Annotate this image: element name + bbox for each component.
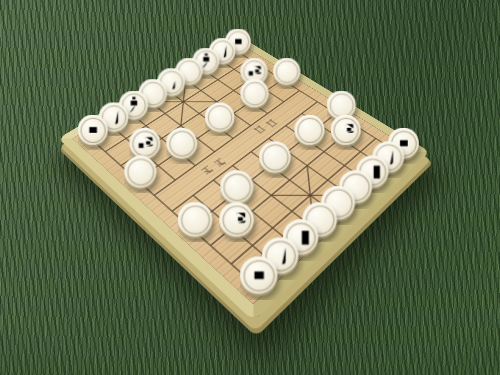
board-point <box>216 215 257 250</box>
pao-b-glyph <box>134 132 156 154</box>
bing-glyph <box>331 94 351 114</box>
pao-b-glyph <box>244 61 263 80</box>
board-point <box>122 168 160 198</box>
che-glyph <box>245 262 271 288</box>
board-point <box>291 128 327 154</box>
pao-r-glyph <box>335 119 356 140</box>
piece-black-soldier-5 <box>273 57 300 84</box>
pieces-layer <box>76 42 420 308</box>
zu-glyph <box>129 160 152 183</box>
board-point <box>164 141 201 168</box>
zu-glyph <box>277 61 296 80</box>
grass-background <box>0 0 500 375</box>
piece-black-cannon-left <box>129 127 160 158</box>
xiangqi-board <box>58 33 429 321</box>
piece-black-soldier-4 <box>240 79 268 107</box>
piece-red-soldier-1 <box>178 202 213 237</box>
piece-black-soldier-2 <box>166 127 197 158</box>
piece-red-cannon-left <box>219 202 254 237</box>
piece-black-soldier-1 <box>124 155 156 187</box>
zu-glyph <box>171 132 193 154</box>
bing-glyph <box>299 119 320 140</box>
piece-red-soldier-3 <box>259 141 290 172</box>
piece-red-soldier-2 <box>220 170 253 203</box>
piece-red-cannon-right <box>331 114 361 144</box>
piece-black-chariot-left <box>78 114 108 144</box>
bing-glyph <box>183 207 207 231</box>
piece-red-soldier-4 <box>294 114 324 144</box>
piece-black-soldier-3 <box>205 102 234 131</box>
board-point <box>270 71 302 92</box>
piece-red-chariot-left <box>240 256 277 293</box>
pao-r-glyph <box>224 207 248 231</box>
board-point <box>327 128 363 154</box>
board-point <box>175 215 216 250</box>
board-point <box>256 154 293 183</box>
zu-glyph <box>245 83 265 103</box>
board-point <box>202 116 237 141</box>
bing-glyph <box>264 145 286 167</box>
bing-glyph <box>225 175 248 198</box>
zu-glyph <box>209 106 230 127</box>
che-glyph <box>82 119 103 140</box>
board-point <box>236 268 280 308</box>
